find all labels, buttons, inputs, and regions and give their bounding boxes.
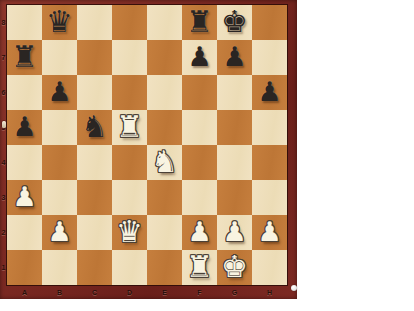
rank-label-1: 1 — [0, 250, 7, 285]
square-c7[interactable] — [77, 40, 112, 75]
square-d4[interactable] — [112, 145, 147, 180]
square-d7[interactable] — [112, 40, 147, 75]
square-b4[interactable] — [42, 145, 77, 180]
square-d6[interactable] — [112, 75, 147, 110]
square-a6[interactable] — [7, 75, 42, 110]
squares-grid: ♛♜♚♜♟♟♟♟♟♞♜♞♟♟♛♟♟♟♜♚ — [7, 5, 287, 285]
square-h2[interactable]: ♟ — [252, 215, 287, 250]
square-e4[interactable]: ♞ — [147, 145, 182, 180]
square-c6[interactable] — [77, 75, 112, 110]
piece-black-king[interactable]: ♚ — [221, 4, 248, 39]
rank-label-3: 3 — [0, 180, 7, 215]
piece-white-pawn[interactable]: ♟ — [47, 214, 71, 249]
piece-black-rook[interactable]: ♜ — [11, 39, 38, 74]
square-h5[interactable] — [252, 110, 287, 145]
piece-black-rook[interactable]: ♜ — [186, 4, 213, 39]
square-g7[interactable]: ♟ — [217, 40, 252, 75]
square-b1[interactable] — [42, 250, 77, 285]
square-e2[interactable] — [147, 215, 182, 250]
square-a2[interactable] — [7, 215, 42, 250]
square-a4[interactable] — [7, 145, 42, 180]
square-a5[interactable]: ♟ — [7, 110, 42, 145]
rank-label-7: 7 — [0, 40, 7, 75]
piece-white-king[interactable]: ♚ — [221, 249, 248, 284]
chessboard: ♛♜♚♜♟♟♟♟♟♞♜♞♟♟♛♟♟♟♜♚ 87654321 ABCDEFGH — [0, 0, 297, 299]
square-g1[interactable]: ♚ — [217, 250, 252, 285]
square-f4[interactable] — [182, 145, 217, 180]
square-a7[interactable]: ♜ — [7, 40, 42, 75]
square-g4[interactable] — [217, 145, 252, 180]
square-e8[interactable] — [147, 5, 182, 40]
square-c3[interactable] — [77, 180, 112, 215]
square-b5[interactable] — [42, 110, 77, 145]
file-label-h: H — [252, 286, 287, 298]
square-f2[interactable]: ♟ — [182, 215, 217, 250]
square-e6[interactable] — [147, 75, 182, 110]
square-g2[interactable]: ♟ — [217, 215, 252, 250]
piece-white-pawn[interactable]: ♟ — [12, 179, 36, 214]
rank-label-4: 4 — [0, 145, 7, 180]
square-b2[interactable]: ♟ — [42, 215, 77, 250]
square-f5[interactable] — [182, 110, 217, 145]
square-g8[interactable]: ♚ — [217, 5, 252, 40]
square-d5[interactable]: ♜ — [112, 110, 147, 145]
file-label-e: E — [147, 286, 182, 298]
square-c1[interactable] — [77, 250, 112, 285]
rank-label-6: 6 — [0, 75, 7, 110]
piece-black-knight[interactable]: ♞ — [81, 109, 108, 144]
square-e5[interactable] — [147, 110, 182, 145]
rank-label-8: 8 — [0, 5, 7, 40]
square-g3[interactable] — [217, 180, 252, 215]
piece-white-pawn[interactable]: ♟ — [187, 214, 211, 249]
square-h3[interactable] — [252, 180, 287, 215]
square-f7[interactable]: ♟ — [182, 40, 217, 75]
square-a3[interactable]: ♟ — [7, 180, 42, 215]
file-label-b: B — [42, 286, 77, 298]
corner-pin-icon — [291, 285, 297, 291]
piece-black-pawn[interactable]: ♟ — [187, 39, 211, 74]
piece-black-pawn[interactable]: ♟ — [257, 74, 281, 109]
square-b8[interactable]: ♛ — [42, 5, 77, 40]
square-e3[interactable] — [147, 180, 182, 215]
page-background: ♛♜♚♜♟♟♟♟♟♞♜♞♟♟♛♟♟♟♜♚ 87654321 ABCDEFGH — [0, 0, 414, 311]
piece-black-pawn[interactable]: ♟ — [12, 109, 36, 144]
square-f6[interactable] — [182, 75, 217, 110]
square-d3[interactable] — [112, 180, 147, 215]
piece-black-queen[interactable]: ♛ — [46, 4, 73, 39]
square-f1[interactable]: ♜ — [182, 250, 217, 285]
left-border-pin-icon — [2, 121, 6, 128]
square-f8[interactable]: ♜ — [182, 5, 217, 40]
square-h6[interactable]: ♟ — [252, 75, 287, 110]
square-b3[interactable] — [42, 180, 77, 215]
file-label-a: A — [7, 286, 42, 298]
piece-white-rook[interactable]: ♜ — [186, 249, 213, 284]
piece-black-pawn[interactable]: ♟ — [47, 74, 71, 109]
square-c8[interactable] — [77, 5, 112, 40]
piece-white-pawn[interactable]: ♟ — [257, 214, 281, 249]
rank-label-2: 2 — [0, 215, 7, 250]
square-c5[interactable]: ♞ — [77, 110, 112, 145]
square-b6[interactable]: ♟ — [42, 75, 77, 110]
square-d8[interactable] — [112, 5, 147, 40]
square-c2[interactable] — [77, 215, 112, 250]
square-b7[interactable] — [42, 40, 77, 75]
square-a1[interactable] — [7, 250, 42, 285]
file-label-g: G — [217, 286, 252, 298]
piece-white-rook[interactable]: ♜ — [116, 109, 143, 144]
file-label-d: D — [112, 286, 147, 298]
square-h4[interactable] — [252, 145, 287, 180]
square-h8[interactable] — [252, 5, 287, 40]
piece-black-pawn[interactable]: ♟ — [222, 39, 246, 74]
square-g5[interactable] — [217, 110, 252, 145]
piece-white-pawn[interactable]: ♟ — [222, 214, 246, 249]
square-h7[interactable] — [252, 40, 287, 75]
file-label-f: F — [182, 286, 217, 298]
square-h1[interactable] — [252, 250, 287, 285]
square-f3[interactable] — [182, 180, 217, 215]
square-e1[interactable] — [147, 250, 182, 285]
file-label-c: C — [77, 286, 112, 298]
square-e7[interactable] — [147, 40, 182, 75]
square-c4[interactable] — [77, 145, 112, 180]
piece-white-queen[interactable]: ♛ — [116, 214, 143, 249]
square-d2[interactable]: ♛ — [112, 215, 147, 250]
square-a8[interactable] — [7, 5, 42, 40]
square-g6[interactable] — [217, 75, 252, 110]
piece-white-knight[interactable]: ♞ — [151, 144, 178, 179]
square-d1[interactable] — [112, 250, 147, 285]
